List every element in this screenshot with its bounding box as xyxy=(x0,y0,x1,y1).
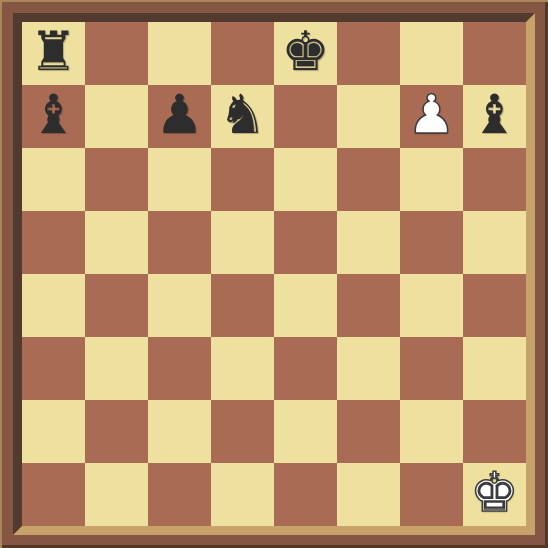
square-g5[interactable] xyxy=(400,211,463,274)
square-g8[interactable] xyxy=(400,22,463,85)
square-h7[interactable]: ♝ xyxy=(463,85,526,148)
square-h2[interactable] xyxy=(463,400,526,463)
piece-black-king-e8[interactable]: ♚ xyxy=(281,25,329,82)
square-c2[interactable] xyxy=(148,400,211,463)
square-f5[interactable] xyxy=(337,211,400,274)
square-a1[interactable] xyxy=(22,463,85,526)
square-e1[interactable] xyxy=(274,463,337,526)
square-d7[interactable]: ♞ xyxy=(211,85,274,148)
square-e7[interactable] xyxy=(274,85,337,148)
piece-black-rook-a8[interactable]: ♜ xyxy=(29,25,77,82)
piece-white-king-h1[interactable]: ♚ xyxy=(470,466,518,523)
square-b6[interactable] xyxy=(85,148,148,211)
square-b2[interactable] xyxy=(85,400,148,463)
piece-white-pawn-g7[interactable]: ♟ xyxy=(407,88,455,145)
square-a2[interactable] xyxy=(22,400,85,463)
square-d6[interactable] xyxy=(211,148,274,211)
square-b5[interactable] xyxy=(85,211,148,274)
square-g6[interactable] xyxy=(400,148,463,211)
square-e8[interactable]: ♚ xyxy=(274,22,337,85)
square-e2[interactable] xyxy=(274,400,337,463)
piece-black-pawn-c7[interactable]: ♟ xyxy=(155,88,203,145)
chess-board-wooden-frame: ♜♚♝♟♞♟♝♚ xyxy=(0,0,548,548)
chess-board: ♜♚♝♟♞♟♝♚ xyxy=(22,22,526,526)
square-b8[interactable] xyxy=(85,22,148,85)
square-c5[interactable] xyxy=(148,211,211,274)
square-d1[interactable] xyxy=(211,463,274,526)
square-e6[interactable] xyxy=(274,148,337,211)
piece-black-bishop-h7[interactable]: ♝ xyxy=(470,88,518,145)
square-g7[interactable]: ♟ xyxy=(400,85,463,148)
square-a6[interactable] xyxy=(22,148,85,211)
square-h8[interactable] xyxy=(463,22,526,85)
square-g3[interactable] xyxy=(400,337,463,400)
square-f1[interactable] xyxy=(337,463,400,526)
square-e4[interactable] xyxy=(274,274,337,337)
square-a7[interactable]: ♝ xyxy=(22,85,85,148)
square-a3[interactable] xyxy=(22,337,85,400)
square-e5[interactable] xyxy=(274,211,337,274)
square-f6[interactable] xyxy=(337,148,400,211)
piece-black-bishop-a7[interactable]: ♝ xyxy=(29,88,77,145)
square-f7[interactable] xyxy=(337,85,400,148)
square-f2[interactable] xyxy=(337,400,400,463)
square-d2[interactable] xyxy=(211,400,274,463)
square-a8[interactable]: ♜ xyxy=(22,22,85,85)
piece-black-knight-d7[interactable]: ♞ xyxy=(218,88,266,145)
square-h4[interactable] xyxy=(463,274,526,337)
square-d8[interactable] xyxy=(211,22,274,85)
square-b7[interactable] xyxy=(85,85,148,148)
square-c4[interactable] xyxy=(148,274,211,337)
square-h5[interactable] xyxy=(463,211,526,274)
square-a4[interactable] xyxy=(22,274,85,337)
square-h3[interactable] xyxy=(463,337,526,400)
square-a5[interactable] xyxy=(22,211,85,274)
square-d5[interactable] xyxy=(211,211,274,274)
square-c7[interactable]: ♟ xyxy=(148,85,211,148)
square-d3[interactable] xyxy=(211,337,274,400)
square-g2[interactable] xyxy=(400,400,463,463)
board-inner-bevel: ♜♚♝♟♞♟♝♚ xyxy=(13,13,535,535)
square-e3[interactable] xyxy=(274,337,337,400)
square-b4[interactable] xyxy=(85,274,148,337)
square-c6[interactable] xyxy=(148,148,211,211)
square-c8[interactable] xyxy=(148,22,211,85)
square-h6[interactable] xyxy=(463,148,526,211)
square-b3[interactable] xyxy=(85,337,148,400)
square-c1[interactable] xyxy=(148,463,211,526)
square-d4[interactable] xyxy=(211,274,274,337)
square-g4[interactable] xyxy=(400,274,463,337)
square-b1[interactable] xyxy=(85,463,148,526)
square-h1[interactable]: ♚ xyxy=(463,463,526,526)
square-f4[interactable] xyxy=(337,274,400,337)
square-c3[interactable] xyxy=(148,337,211,400)
square-f3[interactable] xyxy=(337,337,400,400)
square-f8[interactable] xyxy=(337,22,400,85)
square-g1[interactable] xyxy=(400,463,463,526)
